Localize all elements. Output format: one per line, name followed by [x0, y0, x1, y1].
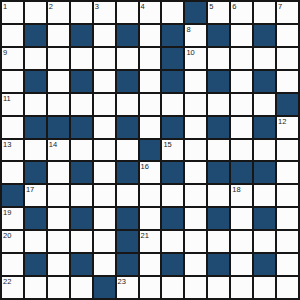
letter-cell[interactable]: 10 [185, 48, 206, 69]
clue-number: 19 [3, 208, 11, 217]
block-cell [117, 162, 138, 183]
block-cell [162, 208, 183, 229]
clue-number: 15 [163, 140, 171, 149]
letter-cell[interactable] [185, 185, 206, 206]
letter-cell[interactable] [48, 48, 69, 69]
letter-cell[interactable]: 17 [25, 185, 46, 206]
letter-cell[interactable] [94, 140, 115, 161]
block-cell [254, 117, 275, 138]
letter-cell[interactable] [48, 162, 69, 183]
block-cell [208, 162, 229, 183]
letter-cell[interactable] [94, 94, 115, 115]
block-cell [277, 94, 298, 115]
block-cell [162, 71, 183, 92]
letter-cell[interactable]: 23 [117, 277, 138, 298]
block-cell [162, 25, 183, 46]
letter-cell[interactable] [71, 185, 92, 206]
letter-cell[interactable] [185, 254, 206, 275]
letter-cell[interactable] [277, 277, 298, 298]
block-cell [117, 231, 138, 252]
letter-cell[interactable] [185, 94, 206, 115]
block-cell [25, 71, 46, 92]
letter-cell[interactable] [48, 254, 69, 275]
letter-cell[interactable] [48, 185, 69, 206]
letter-cell[interactable] [162, 231, 183, 252]
clue-number: 12 [278, 117, 286, 126]
clue-number: 7 [278, 2, 282, 11]
letter-cell[interactable] [277, 185, 298, 206]
clue-number: 2 [49, 2, 53, 11]
block-cell [231, 162, 252, 183]
clue-number: 18 [232, 185, 240, 194]
block-cell [117, 254, 138, 275]
block-cell [117, 25, 138, 46]
letter-cell[interactable] [117, 140, 138, 161]
letter-cell[interactable] [2, 162, 23, 183]
letter-cell[interactable]: 8 [185, 25, 206, 46]
clue-number: 23 [118, 277, 126, 286]
letter-cell[interactable] [231, 117, 252, 138]
letter-cell[interactable] [48, 231, 69, 252]
clue-number: 1 [3, 2, 7, 11]
block-cell [94, 277, 115, 298]
block-cell [162, 162, 183, 183]
letter-cell[interactable] [254, 277, 275, 298]
clue-number: 10 [186, 48, 194, 57]
letter-cell[interactable] [140, 208, 161, 229]
letter-cell[interactable] [94, 48, 115, 69]
letter-cell[interactable] [71, 48, 92, 69]
block-cell [117, 208, 138, 229]
letter-cell[interactable] [254, 140, 275, 161]
letter-cell[interactable] [48, 71, 69, 92]
block-cell [254, 71, 275, 92]
letter-cell[interactable] [140, 25, 161, 46]
clue-number: 8 [186, 25, 190, 34]
block-cell [25, 117, 46, 138]
letter-cell[interactable] [94, 208, 115, 229]
block-cell [71, 25, 92, 46]
letter-cell[interactable] [48, 277, 69, 298]
letter-cell[interactable]: 6 [231, 2, 252, 23]
letter-cell[interactable] [25, 2, 46, 23]
clue-number: 4 [141, 2, 145, 11]
letter-cell[interactable] [71, 140, 92, 161]
clue-number: 3 [95, 2, 99, 11]
letter-cell[interactable] [277, 208, 298, 229]
letter-cell[interactable]: 7 [277, 2, 298, 23]
block-cell [208, 25, 229, 46]
letter-cell[interactable] [25, 277, 46, 298]
letter-cell[interactable]: 21 [140, 231, 161, 252]
block-cell [162, 254, 183, 275]
block-cell [25, 208, 46, 229]
letter-cell[interactable] [2, 25, 23, 46]
letter-cell[interactable] [254, 94, 275, 115]
letter-cell[interactable] [25, 231, 46, 252]
block-cell [71, 208, 92, 229]
block-cell [71, 254, 92, 275]
letter-cell[interactable] [254, 231, 275, 252]
letter-cell[interactable]: 16 [140, 162, 161, 183]
letter-cell[interactable] [231, 254, 252, 275]
letter-cell[interactable] [185, 277, 206, 298]
block-cell [117, 71, 138, 92]
letter-cell[interactable] [277, 254, 298, 275]
letter-cell[interactable] [94, 162, 115, 183]
letter-cell[interactable]: 5 [208, 2, 229, 23]
letter-cell[interactable] [185, 117, 206, 138]
letter-cell[interactable] [140, 94, 161, 115]
letter-cell[interactable] [208, 140, 229, 161]
letter-cell[interactable] [94, 254, 115, 275]
letter-cell[interactable] [162, 2, 183, 23]
letter-cell[interactable]: 22 [2, 277, 23, 298]
letter-cell[interactable]: 18 [231, 185, 252, 206]
letter-cell[interactable] [208, 48, 229, 69]
letter-cell[interactable] [117, 185, 138, 206]
letter-cell[interactable] [277, 48, 298, 69]
letter-cell[interactable] [277, 231, 298, 252]
letter-cell[interactable]: 13 [2, 140, 23, 161]
letter-cell[interactable] [231, 208, 252, 229]
block-cell [140, 140, 161, 161]
clue-number: 9 [3, 48, 7, 57]
letter-cell[interactable] [185, 71, 206, 92]
block-cell [208, 254, 229, 275]
letter-cell[interactable]: 2 [48, 2, 69, 23]
crossword-grid: 1234567891011121314151617181920212223 [0, 0, 300, 300]
block-cell [208, 208, 229, 229]
letter-cell[interactable] [2, 117, 23, 138]
clue-number: 17 [26, 185, 34, 194]
letter-cell[interactable] [2, 254, 23, 275]
clue-number: 13 [3, 140, 11, 149]
letter-cell[interactable] [71, 231, 92, 252]
letter-cell[interactable]: 19 [2, 208, 23, 229]
letter-cell[interactable] [277, 140, 298, 161]
letter-cell[interactable] [231, 48, 252, 69]
letter-cell[interactable] [254, 2, 275, 23]
letter-cell[interactable] [254, 48, 275, 69]
letter-cell[interactable] [48, 25, 69, 46]
letter-cell[interactable] [277, 25, 298, 46]
block-cell [2, 185, 23, 206]
letter-cell[interactable]: 14 [48, 140, 69, 161]
letter-cell[interactable] [71, 277, 92, 298]
block-cell [25, 254, 46, 275]
letter-cell[interactable] [25, 94, 46, 115]
clue-number: 5 [209, 2, 213, 11]
letter-cell[interactable] [277, 71, 298, 92]
letter-cell[interactable]: 12 [277, 117, 298, 138]
block-cell [254, 25, 275, 46]
letter-cell[interactable] [140, 277, 161, 298]
clue-number: 20 [3, 231, 11, 240]
letter-cell[interactable] [94, 185, 115, 206]
letter-cell[interactable]: 1 [2, 2, 23, 23]
letter-cell[interactable] [140, 254, 161, 275]
block-cell [162, 117, 183, 138]
letter-cell[interactable] [71, 94, 92, 115]
letter-cell[interactable] [231, 277, 252, 298]
letter-cell[interactable] [94, 231, 115, 252]
letter-cell[interactable] [208, 277, 229, 298]
letter-cell[interactable] [231, 94, 252, 115]
block-cell [254, 208, 275, 229]
clue-number: 11 [3, 94, 11, 103]
letter-cell[interactable] [185, 140, 206, 161]
clue-number: 6 [232, 2, 236, 11]
block-cell [185, 2, 206, 23]
letter-cell[interactable] [277, 162, 298, 183]
block-cell [25, 162, 46, 183]
letter-cell[interactable]: 4 [140, 2, 161, 23]
letter-cell[interactable] [208, 94, 229, 115]
clue-number: 22 [3, 277, 11, 286]
block-cell [71, 71, 92, 92]
letter-cell[interactable] [231, 71, 252, 92]
block-cell [71, 117, 92, 138]
letter-cell[interactable] [162, 277, 183, 298]
letter-cell[interactable] [71, 2, 92, 23]
letter-cell[interactable]: 9 [2, 48, 23, 69]
letter-cell[interactable] [231, 140, 252, 161]
letter-cell[interactable] [140, 71, 161, 92]
letter-cell[interactable] [25, 140, 46, 161]
letter-cell[interactable] [2, 71, 23, 92]
letter-cell[interactable] [185, 162, 206, 183]
letter-cell[interactable] [94, 117, 115, 138]
clue-number: 16 [141, 162, 149, 171]
letter-cell[interactable] [94, 71, 115, 92]
block-cell [208, 71, 229, 92]
letter-cell[interactable] [48, 94, 69, 115]
letter-cell[interactable] [140, 117, 161, 138]
letter-cell[interactable] [231, 25, 252, 46]
letter-cell[interactable] [208, 231, 229, 252]
block-cell [208, 117, 229, 138]
block-cell [25, 25, 46, 46]
block-cell [254, 254, 275, 275]
letter-cell[interactable] [254, 185, 275, 206]
letter-cell[interactable]: 20 [2, 231, 23, 252]
clue-number: 21 [141, 231, 149, 240]
letter-cell[interactable] [117, 94, 138, 115]
letter-cell[interactable] [231, 231, 252, 252]
block-cell [162, 48, 183, 69]
block-cell [48, 117, 69, 138]
block-cell [117, 117, 138, 138]
letter-cell[interactable] [185, 231, 206, 252]
letter-cell[interactable] [25, 48, 46, 69]
letter-cell[interactable] [140, 48, 161, 69]
letter-cell[interactable] [48, 208, 69, 229]
block-cell [254, 162, 275, 183]
letter-cell[interactable] [117, 2, 138, 23]
letter-cell[interactable]: 15 [162, 140, 183, 161]
letter-cell[interactable]: 3 [94, 2, 115, 23]
letter-cell[interactable] [185, 208, 206, 229]
letter-cell[interactable] [94, 25, 115, 46]
letter-cell[interactable] [162, 94, 183, 115]
clue-number: 14 [49, 140, 57, 149]
letter-cell[interactable] [117, 48, 138, 69]
letter-cell[interactable] [140, 185, 161, 206]
letter-cell[interactable] [162, 185, 183, 206]
block-cell [71, 162, 92, 183]
letter-cell[interactable]: 11 [2, 94, 23, 115]
letter-cell[interactable] [208, 185, 229, 206]
